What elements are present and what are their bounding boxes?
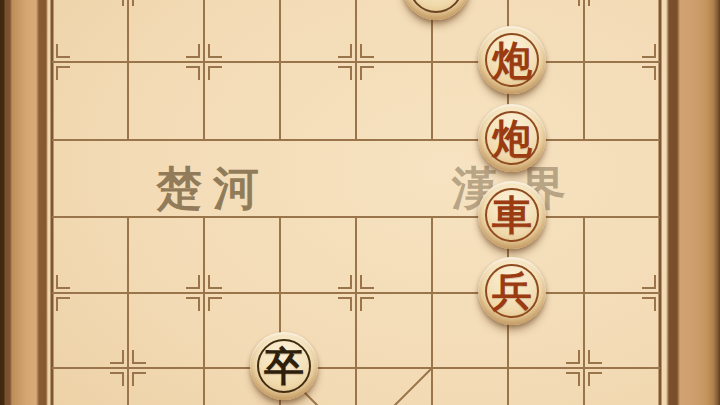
piece-red-soldier[interactable]: 兵 (478, 257, 546, 325)
piece-red-cannon[interactable]: 炮 (478, 26, 546, 94)
pieces-layer: 炮炮車兵卒 (0, 0, 720, 405)
piece-character: 兵 (492, 271, 532, 311)
piece-character: 卒 (264, 346, 304, 386)
piece-red-chariot[interactable]: 車 (478, 181, 546, 249)
piece-black-soldier[interactable]: 卒 (250, 332, 318, 400)
piece-red-cannon[interactable]: 炮 (478, 104, 546, 172)
piece-unidentified-piece-cropped-at-top[interactable] (402, 0, 470, 20)
piece-ring (409, 0, 463, 13)
piece-character: 炮 (492, 118, 532, 158)
piece-character: 炮 (492, 40, 532, 80)
xiangqi-board[interactable]: 楚河 漢界 炮炮車兵卒 (0, 0, 720, 405)
piece-character: 車 (492, 195, 532, 235)
